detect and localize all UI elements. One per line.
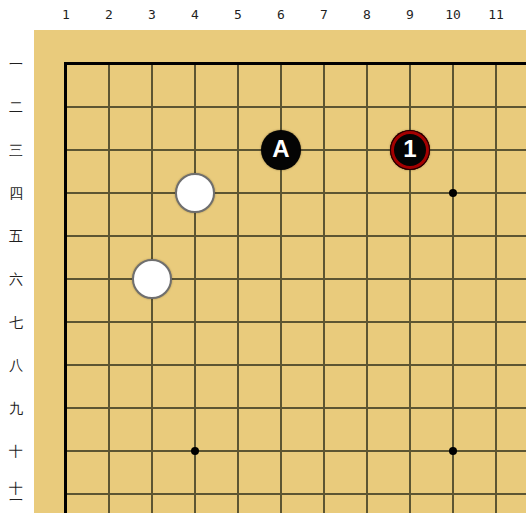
go-board[interactable]: A1: [34, 30, 526, 513]
column-label-11: 11: [481, 2, 511, 28]
grid-vertical-line: [194, 63, 196, 513]
column-label-8: 8: [352, 2, 382, 28]
star-point: [449, 189, 457, 197]
board-left-edge-line: [64, 62, 67, 513]
grid-vertical-line: [323, 63, 325, 513]
column-label-9: 9: [395, 2, 425, 28]
column-label-1: 1: [51, 2, 81, 28]
grid-vertical-line: [108, 63, 110, 513]
grid-vertical-line: [237, 63, 239, 513]
grid-horizontal-line: [65, 407, 526, 409]
grid-vertical-line: [452, 63, 454, 513]
row-label-11: 十一: [1, 477, 31, 511]
white-stone[interactable]: [175, 173, 215, 213]
black-stone-1[interactable]: 1: [390, 130, 430, 170]
go-diagram-page: 1234567891011 一二三四五六七八九十十一 A1: [0, 0, 526, 513]
column-label-5: 5: [223, 2, 253, 28]
board-top-edge-line: [64, 62, 526, 65]
grid-vertical-line: [495, 63, 497, 513]
grid-vertical-line: [366, 63, 368, 513]
grid-horizontal-line: [65, 106, 526, 108]
grid-horizontal-line: [65, 235, 526, 237]
row-label-7: 七: [1, 305, 31, 339]
black-stone-A[interactable]: A: [261, 130, 301, 170]
column-label-4: 4: [180, 2, 210, 28]
row-label-4: 四: [1, 176, 31, 210]
white-stone[interactable]: [132, 259, 172, 299]
stone-label: A: [272, 137, 289, 161]
star-point: [191, 447, 199, 455]
row-label-5: 五: [1, 219, 31, 253]
column-label-6: 6: [266, 2, 296, 28]
row-label-8: 八: [1, 348, 31, 382]
row-label-10: 十: [1, 434, 31, 468]
column-label-2: 2: [94, 2, 124, 28]
star-point: [449, 447, 457, 455]
row-label-3: 三: [1, 133, 31, 167]
column-label-10: 10: [438, 2, 468, 28]
grid-horizontal-line: [65, 364, 526, 366]
row-label-1: 一: [1, 47, 31, 81]
grid-horizontal-line: [65, 493, 526, 495]
row-label-6: 六: [1, 262, 31, 296]
stone-label: 1: [403, 137, 416, 161]
row-label-2: 二: [1, 90, 31, 124]
row-label-9: 九: [1, 391, 31, 425]
grid-horizontal-line: [65, 321, 526, 323]
column-label-3: 3: [137, 2, 167, 28]
column-label-7: 7: [309, 2, 339, 28]
